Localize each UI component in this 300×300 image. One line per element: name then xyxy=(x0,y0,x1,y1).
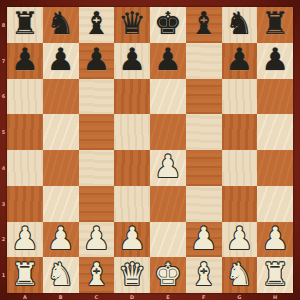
square-a4[interactable] xyxy=(7,150,43,186)
square-e3[interactable] xyxy=(150,186,186,222)
piece-white-pawn: ♟ xyxy=(261,223,289,254)
rank-labels: 87654321 xyxy=(0,7,7,293)
square-e6[interactable] xyxy=(150,79,186,115)
piece-black-knight: ♞ xyxy=(47,8,75,39)
square-f4[interactable] xyxy=(186,150,222,186)
piece-black-rook: ♜ xyxy=(11,8,39,39)
piece-black-bishop: ♝ xyxy=(190,8,218,39)
square-h6[interactable] xyxy=(257,79,293,115)
square-g7[interactable]: ♟ xyxy=(222,43,258,79)
square-e2[interactable] xyxy=(150,222,186,258)
piece-white-pawn: ♟ xyxy=(82,223,110,254)
square-e4[interactable]: ♟ xyxy=(150,150,186,186)
square-h2[interactable]: ♟ xyxy=(257,222,293,258)
piece-black-pawn: ♟ xyxy=(11,44,39,75)
piece-white-rook: ♜ xyxy=(11,259,39,290)
square-b3[interactable] xyxy=(43,186,79,222)
square-a8[interactable]: ♜ xyxy=(7,7,43,43)
square-a5[interactable] xyxy=(7,114,43,150)
piece-black-pawn: ♟ xyxy=(82,44,110,75)
square-b8[interactable]: ♞ xyxy=(43,7,79,43)
square-b1[interactable]: ♞ xyxy=(43,257,79,293)
square-a3[interactable] xyxy=(7,186,43,222)
square-a7[interactable]: ♟ xyxy=(7,43,43,79)
piece-black-pawn: ♟ xyxy=(154,44,182,75)
square-g5[interactable] xyxy=(222,114,258,150)
square-b7[interactable]: ♟ xyxy=(43,43,79,79)
square-f3[interactable] xyxy=(186,186,222,222)
piece-black-pawn: ♟ xyxy=(118,44,146,75)
piece-white-king: ♚ xyxy=(154,259,182,290)
file-label-e: E xyxy=(150,293,186,300)
file-label-b: B xyxy=(43,293,79,300)
piece-white-pawn: ♟ xyxy=(225,223,253,254)
square-h7[interactable]: ♟ xyxy=(257,43,293,79)
square-b5[interactable] xyxy=(43,114,79,150)
piece-white-knight: ♞ xyxy=(225,259,253,290)
square-g6[interactable] xyxy=(222,79,258,115)
square-b2[interactable]: ♟ xyxy=(43,222,79,258)
square-g4[interactable] xyxy=(222,150,258,186)
file-label-c: C xyxy=(79,293,115,300)
square-f2[interactable]: ♟ xyxy=(186,222,222,258)
square-g8[interactable]: ♞ xyxy=(222,7,258,43)
piece-black-pawn: ♟ xyxy=(225,44,253,75)
piece-white-pawn: ♟ xyxy=(47,223,75,254)
square-c2[interactable]: ♟ xyxy=(79,222,115,258)
square-e8[interactable]: ♚ xyxy=(150,7,186,43)
rank-label-3: 3 xyxy=(0,186,7,222)
rank-label-7: 7 xyxy=(0,43,7,79)
square-d2[interactable]: ♟ xyxy=(114,222,150,258)
square-d8[interactable]: ♛ xyxy=(114,7,150,43)
square-c6[interactable] xyxy=(79,79,115,115)
square-c8[interactable]: ♝ xyxy=(79,7,115,43)
square-f7[interactable] xyxy=(186,43,222,79)
square-h1[interactable]: ♜ xyxy=(257,257,293,293)
square-h5[interactable] xyxy=(257,114,293,150)
square-h3[interactable] xyxy=(257,186,293,222)
square-c5[interactable] xyxy=(79,114,115,150)
piece-white-bishop: ♝ xyxy=(82,259,110,290)
rank-label-2: 2 xyxy=(0,222,7,258)
square-c4[interactable] xyxy=(79,150,115,186)
square-e1[interactable]: ♚ xyxy=(150,257,186,293)
piece-black-queen: ♛ xyxy=(118,8,146,39)
square-g2[interactable]: ♟ xyxy=(222,222,258,258)
piece-white-pawn: ♟ xyxy=(190,223,218,254)
chess-board: ♜♞♝♛♚♝♞♜♟♟♟♟♟♟♟♟♟♟♟♟♟♟♟♜♞♝♛♚♝♞♜ xyxy=(7,7,293,293)
piece-black-rook: ♜ xyxy=(261,8,289,39)
piece-white-bishop: ♝ xyxy=(190,259,218,290)
square-h4[interactable] xyxy=(257,150,293,186)
square-f5[interactable] xyxy=(186,114,222,150)
piece-black-pawn: ♟ xyxy=(47,44,75,75)
square-f8[interactable]: ♝ xyxy=(186,7,222,43)
square-d7[interactable]: ♟ xyxy=(114,43,150,79)
square-d5[interactable] xyxy=(114,114,150,150)
piece-black-knight: ♞ xyxy=(225,8,253,39)
piece-black-pawn: ♟ xyxy=(261,44,289,75)
square-b4[interactable] xyxy=(43,150,79,186)
chess-diagram: 87654321 ABCDEFGH ♜♞♝♛♚♝♞♜♟♟♟♟♟♟♟♟♟♟♟♟♟♟… xyxy=(0,0,300,300)
square-f6[interactable] xyxy=(186,79,222,115)
square-g3[interactable] xyxy=(222,186,258,222)
piece-black-king: ♚ xyxy=(154,8,182,39)
file-label-g: G xyxy=(222,293,258,300)
square-h8[interactable]: ♜ xyxy=(257,7,293,43)
square-e5[interactable] xyxy=(150,114,186,150)
rank-label-8: 8 xyxy=(0,7,7,43)
rank-label-6: 6 xyxy=(0,79,7,115)
rank-label-5: 5 xyxy=(0,114,7,150)
square-c1[interactable]: ♝ xyxy=(79,257,115,293)
square-d6[interactable] xyxy=(114,79,150,115)
square-e7[interactable]: ♟ xyxy=(150,43,186,79)
square-f1[interactable]: ♝ xyxy=(186,257,222,293)
square-a6[interactable] xyxy=(7,79,43,115)
piece-white-rook: ♜ xyxy=(261,259,289,290)
file-labels: ABCDEFGH xyxy=(7,293,293,300)
square-a1[interactable]: ♜ xyxy=(7,257,43,293)
piece-white-queen: ♛ xyxy=(118,259,146,290)
piece-white-knight: ♞ xyxy=(47,259,75,290)
square-c3[interactable] xyxy=(79,186,115,222)
square-d1[interactable]: ♛ xyxy=(114,257,150,293)
square-d3[interactable] xyxy=(114,186,150,222)
file-label-d: D xyxy=(114,293,150,300)
piece-white-pawn: ♟ xyxy=(11,223,39,254)
square-b6[interactable] xyxy=(43,79,79,115)
piece-black-bishop: ♝ xyxy=(82,8,110,39)
square-g1[interactable]: ♞ xyxy=(222,257,258,293)
file-label-a: A xyxy=(7,293,43,300)
piece-white-pawn: ♟ xyxy=(154,151,182,182)
square-d4[interactable] xyxy=(114,150,150,186)
square-c7[interactable]: ♟ xyxy=(79,43,115,79)
rank-label-4: 4 xyxy=(0,150,7,186)
file-label-h: H xyxy=(257,293,293,300)
file-label-f: F xyxy=(186,293,222,300)
piece-white-pawn: ♟ xyxy=(118,223,146,254)
rank-label-1: 1 xyxy=(0,257,7,293)
square-a2[interactable]: ♟ xyxy=(7,222,43,258)
